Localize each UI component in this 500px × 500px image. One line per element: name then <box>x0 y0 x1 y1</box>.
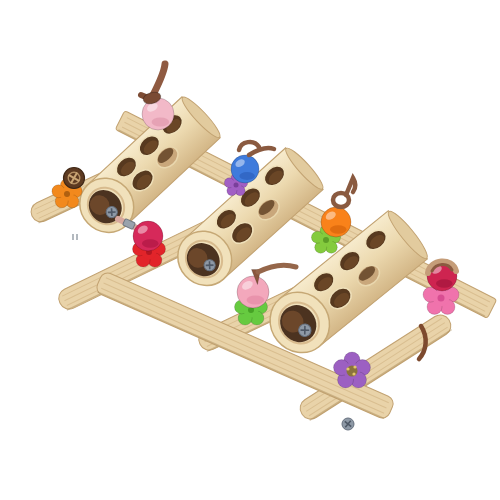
crimson-bead-left-shade <box>142 239 159 247</box>
hanger-screw <box>342 418 354 430</box>
wooden-bird-foraging-toy <box>0 0 500 500</box>
orange-bead-shade <box>330 225 347 233</box>
gold-fleck <box>352 372 355 375</box>
crimson-bead-left <box>133 221 163 251</box>
pink-bead-top-shade <box>152 118 170 127</box>
gold-fleck <box>353 365 356 368</box>
brown-screw-bead <box>64 168 85 189</box>
crimson-bead-right-shade <box>436 279 453 287</box>
pink-bead-center <box>237 276 269 308</box>
pink-bead-center-shade <box>247 296 265 305</box>
leather-end-blue <box>249 148 274 155</box>
purple-flower-bead-large <box>334 352 371 388</box>
leather-strap-center <box>258 265 296 272</box>
blue-bead <box>231 155 259 183</box>
small-staple <box>73 234 77 240</box>
orange-bead <box>321 207 351 237</box>
pink-flower-bead-right-center <box>438 295 445 302</box>
green-flower-bead-right-center <box>323 237 329 243</box>
product-photo <box>0 0 500 500</box>
blue-bead-shade <box>239 172 254 180</box>
gold-fleck <box>346 367 349 370</box>
leather-end-orange <box>346 178 355 195</box>
purple-flower-bead-small-center <box>234 183 239 188</box>
orange-flower-bead-center <box>64 191 70 197</box>
